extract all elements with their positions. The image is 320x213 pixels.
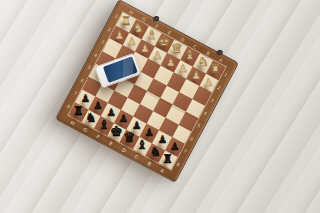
black-pawn-e7[interactable]: ♟ bbox=[119, 113, 128, 124]
white-pawn-c2[interactable]: ♟ bbox=[179, 63, 188, 74]
black-king-e8[interactable]: ♚ bbox=[110, 124, 123, 138]
white-knight-g1[interactable]: ♞ bbox=[133, 22, 144, 35]
chess-board: ♜♞♝♚♛♝♞♜♟♟♟♟♟♟♟♟♟♟♟♟♟♟♟♟♜♞♝♚♛♝♞♜ HGFEDCB… bbox=[55, 0, 239, 183]
black-pawn-g7[interactable]: ♟ bbox=[93, 100, 102, 111]
black-bishop-f8[interactable]: ♝ bbox=[98, 118, 109, 131]
black-pawn-b7[interactable]: ♟ bbox=[157, 134, 166, 145]
black-pawn-a7[interactable]: ♟ bbox=[170, 141, 179, 152]
white-pawn-f2[interactable]: ♟ bbox=[140, 43, 149, 54]
photo-scene: ♜♞♝♚♛♝♞♜♟♟♟♟♟♟♟♟♟♟♟♟♟♟♟♟♜♞♝♚♛♝♞♜ HGFEDCB… bbox=[0, 0, 320, 213]
white-bishop-f1[interactable]: ♝ bbox=[146, 29, 157, 42]
black-rook-a8[interactable]: ♜ bbox=[163, 153, 174, 165]
white-knight-b1[interactable]: ♞ bbox=[197, 56, 208, 69]
white-pawn-e2[interactable]: ♟ bbox=[153, 49, 162, 60]
black-pawn-h7[interactable]: ♟ bbox=[80, 93, 89, 104]
white-pawn-g2[interactable]: ♟ bbox=[127, 36, 136, 47]
black-rook-h8[interactable]: ♜ bbox=[73, 105, 84, 117]
white-rook-h1[interactable]: ♜ bbox=[121, 15, 132, 27]
black-bishop-c8[interactable]: ♝ bbox=[137, 139, 148, 152]
white-pawn-h2[interactable]: ♟ bbox=[114, 29, 123, 40]
white-rook-a1[interactable]: ♜ bbox=[210, 63, 221, 75]
white-pawn-b2[interactable]: ♟ bbox=[191, 70, 200, 81]
black-pawn-f7[interactable]: ♟ bbox=[106, 107, 115, 118]
black-pawn-c7[interactable]: ♟ bbox=[144, 127, 153, 138]
white-pawn-d2[interactable]: ♟ bbox=[166, 56, 175, 67]
board-grid: ♜♞♝♚♛♝♞♜♟♟♟♟♟♟♟♟♟♟♟♟♟♟♟♟♜♞♝♚♛♝♞♜ bbox=[69, 13, 226, 170]
black-queen-d8[interactable]: ♛ bbox=[124, 131, 136, 145]
black-knight-b8[interactable]: ♞ bbox=[150, 146, 161, 159]
white-pawn-a2[interactable]: ♟ bbox=[204, 77, 213, 88]
black-knight-g8[interactable]: ♞ bbox=[86, 112, 97, 125]
white-bishop-c1[interactable]: ♝ bbox=[184, 49, 195, 62]
